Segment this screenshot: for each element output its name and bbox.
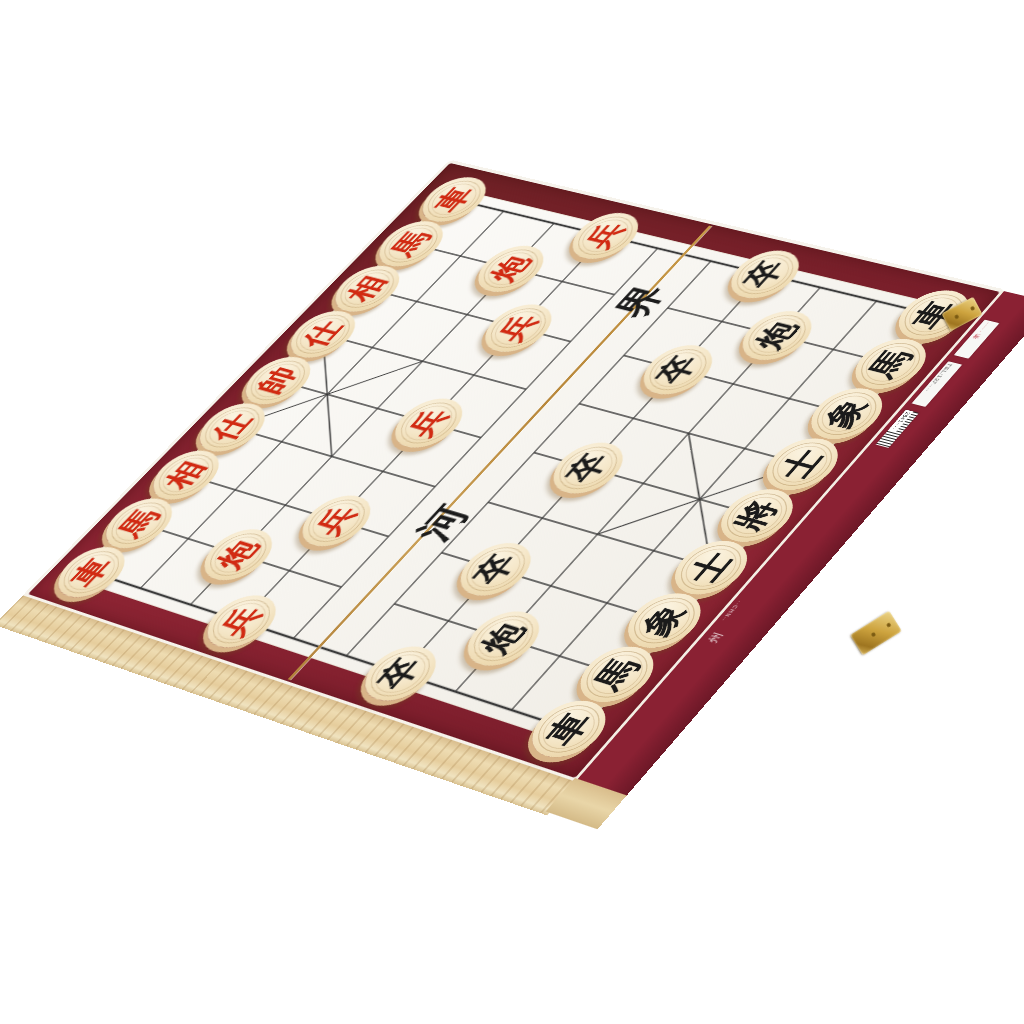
product-photo-stage: 界 河 ····标· TEL:137···· 2841···· 州 ··CHN·… <box>0 0 1024 1024</box>
brass-hinge[interactable] <box>850 611 902 656</box>
side-sticker-notice-text: ····标· <box>973 320 994 335</box>
xiangqi-board: 界 河 ····标· TEL:137···· 2841···· 州 ··CHN·… <box>28 163 1000 778</box>
frame-print-character: 州 <box>705 631 727 644</box>
